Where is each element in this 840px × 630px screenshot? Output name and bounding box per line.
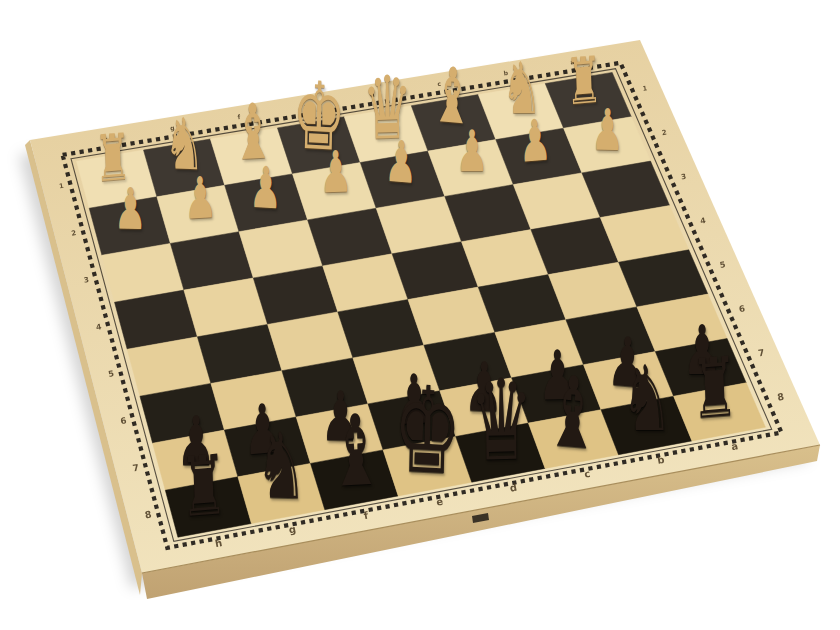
piece-black-n-g8[interactable]: ♞: [255, 420, 308, 513]
piece-white-p-d2[interactable]: ♟: [384, 132, 419, 192]
piece-black-n-b8[interactable]: ♞: [621, 352, 673, 443]
piece-white-p-b2[interactable]: ♟: [517, 111, 552, 171]
piece-black-q-d8[interactable]: ♛: [469, 364, 534, 477]
piece-black-b-c8[interactable]: ♝: [543, 362, 602, 464]
piece-black-b-f8[interactable]: ♝: [327, 400, 385, 501]
piece-black-k-e8[interactable]: ♚: [392, 369, 463, 492]
piece-black-r-h8[interactable]: ♜: [179, 444, 229, 530]
chess-set-photo: hh11gg22ff33ee44dd55cc66bb77aa88 ♜♞♝♛♟♚♟…: [0, 0, 840, 630]
piece-white-p-e2[interactable]: ♟: [319, 144, 353, 202]
piece-white-p-f2[interactable]: ♟: [249, 159, 283, 218]
piece-white-p-h2[interactable]: ♟: [113, 180, 147, 238]
piece-white-p-a2[interactable]: ♟: [590, 101, 624, 159]
piece-white-p-g2[interactable]: ♟: [183, 169, 217, 228]
piece-white-p-c2[interactable]: ♟: [455, 123, 488, 180]
piece-black-r-a8[interactable]: ♜: [690, 346, 740, 432]
